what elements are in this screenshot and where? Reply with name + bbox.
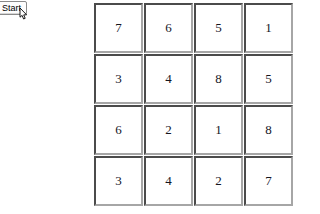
- memory-board: 7651348562183427: [94, 3, 293, 206]
- grid-cell-r3c2[interactable]: 2: [144, 105, 193, 155]
- grid-cell-r2c2[interactable]: 4: [144, 54, 193, 104]
- grid-cell-r1c1[interactable]: 7: [94, 3, 143, 53]
- grid-cell-r2c3[interactable]: 8: [194, 54, 243, 104]
- grid-cell-r4c4[interactable]: 7: [244, 156, 293, 206]
- grid-cell-r3c3[interactable]: 1: [194, 105, 243, 155]
- start-button[interactable]: Start: [0, 1, 27, 15]
- grid-cell-r2c4[interactable]: 5: [244, 54, 293, 104]
- grid-cell-r4c3[interactable]: 2: [194, 156, 243, 206]
- grid-cell-r1c4[interactable]: 1: [244, 3, 293, 53]
- grid-cell-r3c4[interactable]: 8: [244, 105, 293, 155]
- grid-cell-r4c2[interactable]: 4: [144, 156, 193, 206]
- grid-cell-r2c1[interactable]: 3: [94, 54, 143, 104]
- grid-cell-r1c2[interactable]: 6: [144, 3, 193, 53]
- grid-cell-r4c1[interactable]: 3: [94, 156, 143, 206]
- grid-cell-r1c3[interactable]: 5: [194, 3, 243, 53]
- grid-cell-r3c1[interactable]: 6: [94, 105, 143, 155]
